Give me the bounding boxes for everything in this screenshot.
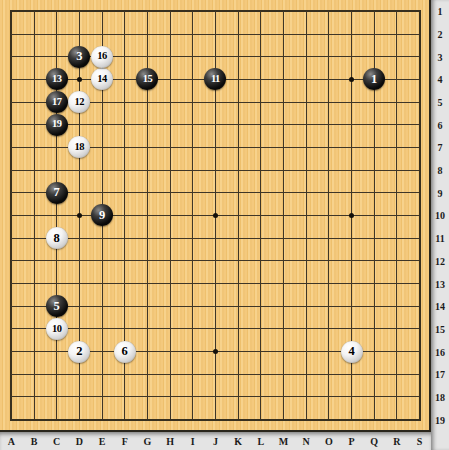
- stone-white-C15-move-10[interactable]: 10: [46, 318, 68, 340]
- column-label-O: O: [322, 437, 336, 447]
- row-label-19: 19: [431, 416, 449, 426]
- row-label-10: 10: [431, 211, 449, 221]
- column-label-C: C: [50, 437, 64, 447]
- row-label-15: 15: [431, 325, 449, 335]
- stone-move-number: 7: [54, 186, 60, 199]
- row-label-8: 8: [431, 166, 449, 176]
- column-label-D: D: [72, 437, 86, 447]
- column-label-Q: Q: [367, 437, 381, 447]
- column-label-L: L: [254, 437, 268, 447]
- column-label-G: G: [140, 437, 154, 447]
- stone-move-number: 13: [52, 74, 62, 85]
- row-label-2: 2: [431, 30, 449, 40]
- column-label-R: R: [390, 437, 404, 447]
- stone-white-E3-move-16[interactable]: 16: [91, 46, 113, 68]
- row-label-18: 18: [431, 393, 449, 403]
- row-label-5: 5: [431, 98, 449, 108]
- stone-black-C9-move-7[interactable]: 7: [46, 182, 68, 204]
- stone-white-C11-move-8[interactable]: 8: [46, 227, 68, 249]
- go-board-diagram: 12345678910111213141516171819 1234567891…: [0, 0, 449, 450]
- row-coordinate-strip: 12345678910111213141516171819: [431, 0, 449, 450]
- stone-move-number: 11: [211, 74, 220, 85]
- stone-move-number: 6: [122, 345, 128, 358]
- stone-black-C4-move-13[interactable]: 13: [46, 68, 68, 90]
- row-label-11: 11: [431, 234, 449, 244]
- stone-move-number: 16: [97, 51, 107, 62]
- stone-move-number: 17: [52, 96, 62, 107]
- stone-move-number: 9: [99, 209, 105, 222]
- stone-move-number: 8: [54, 231, 60, 244]
- stone-move-number: 15: [143, 74, 153, 85]
- stone-move-number: 14: [97, 74, 107, 85]
- row-label-13: 13: [431, 280, 449, 290]
- stone-move-number: 18: [75, 142, 85, 153]
- column-label-K: K: [231, 437, 245, 447]
- row-label-1: 1: [431, 7, 449, 17]
- stone-move-number: 12: [75, 96, 85, 107]
- column-label-E: E: [95, 437, 109, 447]
- column-label-I: I: [186, 437, 200, 447]
- stone-move-number: 5: [54, 299, 60, 312]
- stone-move-number: 3: [76, 50, 82, 63]
- column-label-F: F: [118, 437, 132, 447]
- row-label-14: 14: [431, 302, 449, 312]
- stone-move-number: 19: [52, 119, 62, 130]
- column-label-A: A: [4, 437, 18, 447]
- stone-black-C5-move-17[interactable]: 17: [46, 91, 68, 113]
- row-label-12: 12: [431, 257, 449, 267]
- row-label-4: 4: [431, 75, 449, 85]
- row-label-16: 16: [431, 348, 449, 358]
- column-label-S: S: [413, 437, 427, 447]
- column-label-M: M: [277, 437, 291, 447]
- stone-black-C6-move-19[interactable]: 19: [46, 114, 68, 136]
- stone-white-F16-move-6[interactable]: 6: [114, 341, 136, 363]
- column-label-J: J: [208, 437, 222, 447]
- stone-move-number: 2: [76, 345, 82, 358]
- stone-white-D16-move-2[interactable]: 2: [68, 341, 90, 363]
- row-label-6: 6: [431, 121, 449, 131]
- go-board[interactable]: 12345678910111213141516171819: [0, 0, 431, 432]
- column-label-P: P: [345, 437, 359, 447]
- column-coordinate-strip: ABCDEFGHIJKLMNOPQRS: [0, 432, 431, 450]
- column-label-B: B: [27, 437, 41, 447]
- stone-white-P16-move-4[interactable]: 4: [341, 341, 363, 363]
- row-label-17: 17: [431, 370, 449, 380]
- row-label-9: 9: [431, 189, 449, 199]
- column-label-H: H: [163, 437, 177, 447]
- row-label-7: 7: [431, 143, 449, 153]
- stone-move-number: 10: [52, 323, 62, 334]
- row-label-3: 3: [431, 53, 449, 63]
- column-label-N: N: [299, 437, 313, 447]
- stone-black-C14-move-5[interactable]: 5: [46, 295, 68, 317]
- stone-move-number: 4: [348, 345, 354, 358]
- stone-black-D3-move-3[interactable]: 3: [68, 46, 90, 68]
- stone-move-number: 1: [371, 73, 377, 86]
